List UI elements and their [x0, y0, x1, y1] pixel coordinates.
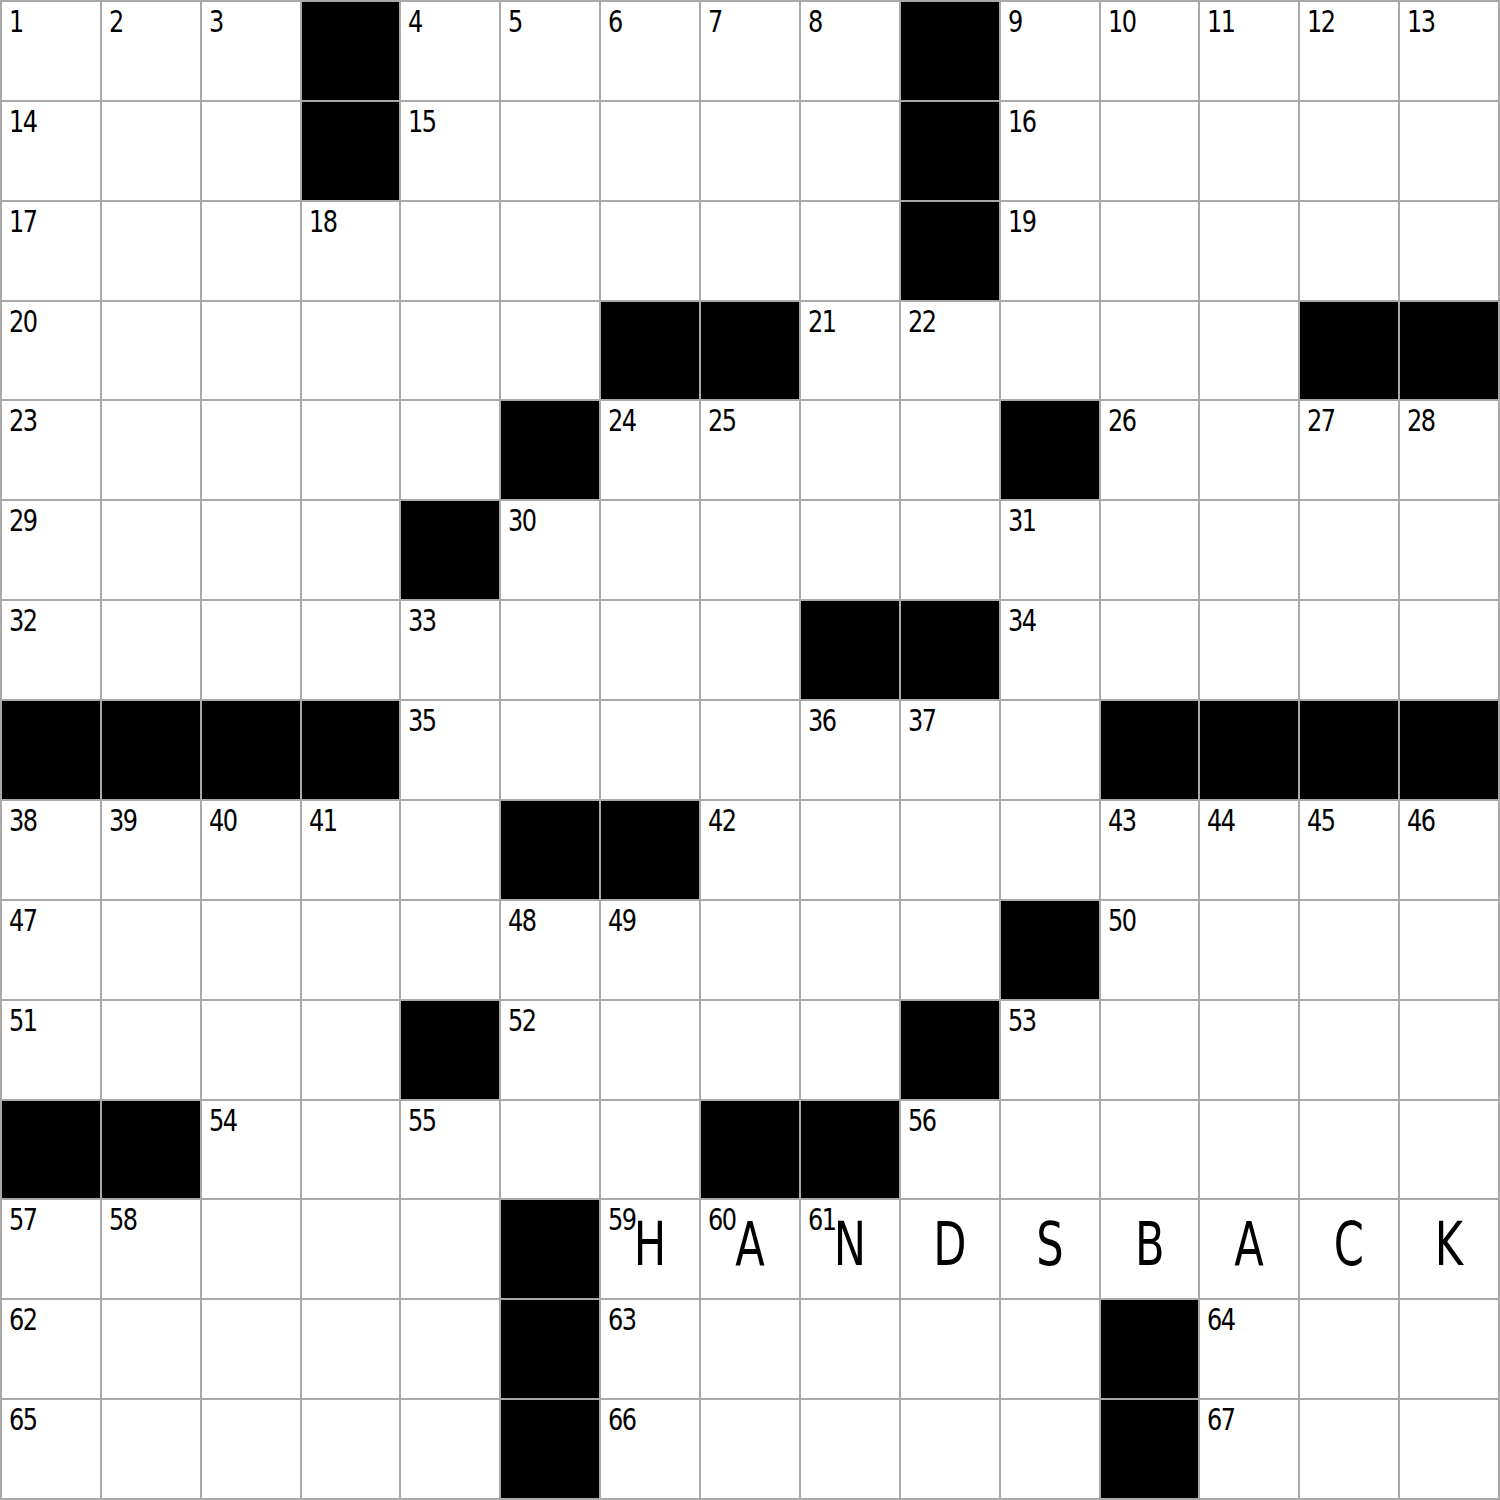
- grid-cell[interactable]: 49: [601, 901, 699, 999]
- grid-cell[interactable]: 22: [901, 302, 999, 400]
- grid-cell[interactable]: 13: [1400, 2, 1498, 100]
- clue-number: 65: [9, 1405, 36, 1435]
- grid-cell[interactable]: [202, 601, 300, 699]
- black-cell: [1101, 701, 1199, 799]
- clue-number: 21: [808, 307, 835, 337]
- grid-cell[interactable]: [801, 102, 899, 200]
- grid-cell[interactable]: 28: [1400, 401, 1498, 499]
- grid-cell[interactable]: [1300, 1001, 1398, 1099]
- black-cell: [1300, 701, 1398, 799]
- grid-cell[interactable]: [801, 401, 899, 499]
- black-cell: [302, 2, 400, 100]
- cell-letter: C: [1314, 1200, 1384, 1298]
- grid-cell[interactable]: 3: [202, 2, 300, 100]
- grid-cell[interactable]: 4: [401, 2, 499, 100]
- grid-cell[interactable]: [1001, 1300, 1099, 1398]
- grid-cell[interactable]: 38: [2, 801, 100, 899]
- grid-cell[interactable]: [302, 1400, 400, 1498]
- grid-cell[interactable]: [701, 102, 799, 200]
- cell-letter: S: [1014, 1200, 1084, 1298]
- clue-number: 5: [508, 7, 522, 37]
- grid-cell[interactable]: 67: [1200, 1400, 1298, 1498]
- cell-letter: K: [1414, 1200, 1484, 1298]
- grid-cell[interactable]: 34: [1001, 601, 1099, 699]
- grid-cell[interactable]: 50: [1101, 901, 1199, 999]
- grid-cell[interactable]: [1300, 1400, 1398, 1498]
- grid-cell[interactable]: [202, 302, 300, 400]
- clue-number: 1: [9, 7, 23, 37]
- clue-number: 58: [109, 1205, 136, 1235]
- grid-cell[interactable]: 52: [501, 1001, 599, 1099]
- black-cell: [501, 801, 599, 899]
- clue-number: 62: [9, 1305, 36, 1335]
- clue-number: 17: [9, 207, 36, 237]
- grid-cell[interactable]: 32: [2, 601, 100, 699]
- black-cell: [501, 1300, 599, 1398]
- grid-cell[interactable]: 60A: [701, 1200, 799, 1298]
- clue-number: 4: [408, 7, 422, 37]
- clue-number: 15: [408, 107, 435, 137]
- grid-cell[interactable]: 24: [601, 401, 699, 499]
- clue-number: 48: [508, 906, 535, 936]
- black-cell: [801, 601, 899, 699]
- grid-cell[interactable]: 43: [1101, 801, 1199, 899]
- grid-cell[interactable]: [302, 1001, 400, 1099]
- grid-cell[interactable]: [1400, 901, 1498, 999]
- grid-cell[interactable]: [302, 1300, 400, 1398]
- grid-cell[interactable]: [1400, 1101, 1498, 1199]
- grid-cell[interactable]: [1101, 1001, 1199, 1099]
- grid-cell[interactable]: [1200, 901, 1298, 999]
- grid-cell[interactable]: [1400, 1400, 1498, 1498]
- clue-number: 46: [1407, 806, 1434, 836]
- clue-number: 32: [9, 606, 36, 636]
- cell-letter: N: [815, 1200, 885, 1298]
- black-cell: [2, 701, 100, 799]
- grid-cell[interactable]: [1200, 1101, 1298, 1199]
- grid-cell[interactable]: 33: [401, 601, 499, 699]
- black-cell: [1001, 401, 1099, 499]
- grid-cell[interactable]: [202, 1400, 300, 1498]
- black-cell: [1001, 901, 1099, 999]
- grid-cell[interactable]: [1200, 302, 1298, 400]
- black-cell: [701, 1101, 799, 1199]
- grid-cell[interactable]: [901, 901, 999, 999]
- black-cell: [1101, 1300, 1199, 1398]
- clue-number: 25: [708, 406, 735, 436]
- grid-cell[interactable]: [1001, 801, 1099, 899]
- grid-cell[interactable]: [601, 1001, 699, 1099]
- grid-cell[interactable]: [1400, 102, 1498, 200]
- grid-cell[interactable]: 37: [901, 701, 999, 799]
- grid-cell[interactable]: 66: [601, 1400, 699, 1498]
- clue-number: 67: [1207, 1405, 1234, 1435]
- grid-cell[interactable]: [102, 501, 200, 599]
- black-cell: [1300, 302, 1398, 400]
- grid-cell[interactable]: 15: [401, 102, 499, 200]
- grid-cell[interactable]: [1300, 501, 1398, 599]
- clue-number: 18: [309, 207, 336, 237]
- grid-cell[interactable]: 44: [1200, 801, 1298, 899]
- clue-number: 27: [1307, 406, 1334, 436]
- grid-cell[interactable]: [801, 1400, 899, 1498]
- grid-cell[interactable]: [1101, 202, 1199, 300]
- clue-number: 3: [209, 7, 223, 37]
- clue-number: 19: [1008, 207, 1035, 237]
- grid-cell[interactable]: 14: [2, 102, 100, 200]
- grid-cell[interactable]: [202, 102, 300, 200]
- grid-cell[interactable]: [1200, 202, 1298, 300]
- grid-cell[interactable]: 8: [801, 2, 899, 100]
- grid-cell[interactable]: [901, 501, 999, 599]
- clue-number: 28: [1407, 406, 1434, 436]
- clue-number: 53: [1008, 1006, 1035, 1036]
- grid-cell[interactable]: 12: [1300, 2, 1398, 100]
- grid-cell[interactable]: [1400, 1001, 1498, 1099]
- black-cell: [1101, 1400, 1199, 1498]
- clue-number: 41: [309, 806, 336, 836]
- grid-cell[interactable]: [1001, 1400, 1099, 1498]
- grid-cell[interactable]: [901, 801, 999, 899]
- grid-cell[interactable]: [202, 202, 300, 300]
- grid-cell[interactable]: [701, 202, 799, 300]
- grid-cell[interactable]: [1200, 102, 1298, 200]
- grid-cell[interactable]: [601, 202, 699, 300]
- clue-number: 54: [209, 1106, 236, 1136]
- clue-number: 13: [1407, 7, 1434, 37]
- grid-cell[interactable]: 41: [302, 801, 400, 899]
- clue-number: 45: [1307, 806, 1334, 836]
- black-cell: [901, 102, 999, 200]
- grid-cell[interactable]: [501, 302, 599, 400]
- grid-cell[interactable]: 53: [1001, 1001, 1099, 1099]
- grid-cell[interactable]: [901, 1300, 999, 1398]
- clue-number: 42: [708, 806, 735, 836]
- grid-cell[interactable]: 7: [701, 2, 799, 100]
- grid-cell[interactable]: [302, 901, 400, 999]
- grid-cell[interactable]: [501, 601, 599, 699]
- grid-cell[interactable]: S: [1001, 1200, 1099, 1298]
- grid-cell[interactable]: [401, 901, 499, 999]
- grid-cell[interactable]: 17: [2, 202, 100, 300]
- grid-cell[interactable]: 27: [1300, 401, 1398, 499]
- grid-cell[interactable]: [801, 1001, 899, 1099]
- cell-letter: D: [914, 1200, 984, 1298]
- clue-number: 26: [1108, 406, 1135, 436]
- black-cell: [501, 1400, 599, 1498]
- grid-cell[interactable]: 48: [501, 901, 599, 999]
- clue-number: 6: [608, 7, 622, 37]
- clue-number: 47: [9, 906, 36, 936]
- grid-cell[interactable]: B: [1101, 1200, 1199, 1298]
- cell-letter: A: [715, 1200, 785, 1298]
- grid-cell[interactable]: [202, 401, 300, 499]
- grid-cell[interactable]: [401, 401, 499, 499]
- grid-cell[interactable]: [701, 1400, 799, 1498]
- clue-number: 20: [9, 307, 36, 337]
- grid-cell[interactable]: [1200, 1001, 1298, 1099]
- black-cell: [901, 2, 999, 100]
- black-cell: [901, 601, 999, 699]
- clue-number: 31: [1008, 506, 1035, 536]
- black-cell: [102, 1101, 200, 1199]
- clue-number: 12: [1307, 7, 1334, 37]
- grid-cell[interactable]: [202, 901, 300, 999]
- clue-number: 49: [608, 906, 635, 936]
- grid-cell[interactable]: D: [901, 1200, 999, 1298]
- grid-cell[interactable]: [901, 401, 999, 499]
- grid-cell[interactable]: [601, 1101, 699, 1199]
- grid-cell[interactable]: [401, 1200, 499, 1298]
- grid-cell[interactable]: 6: [601, 2, 699, 100]
- grid-cell[interactable]: [1101, 601, 1199, 699]
- grid-cell[interactable]: [1300, 1101, 1398, 1199]
- grid-cell[interactable]: [1400, 202, 1498, 300]
- grid-cell[interactable]: [601, 501, 699, 599]
- grid-cell[interactable]: 46: [1400, 801, 1498, 899]
- clue-number: 37: [908, 706, 935, 736]
- grid-cell[interactable]: [102, 901, 200, 999]
- grid-cell[interactable]: [401, 1300, 499, 1398]
- clue-number: 33: [408, 606, 435, 636]
- grid-cell[interactable]: 1: [2, 2, 100, 100]
- grid-cell[interactable]: [501, 1101, 599, 1199]
- grid-cell[interactable]: [501, 102, 599, 200]
- grid-cell[interactable]: 59H: [601, 1200, 699, 1298]
- black-cell: [1200, 701, 1298, 799]
- grid-cell[interactable]: [102, 202, 200, 300]
- black-cell: [102, 701, 200, 799]
- grid-cell[interactable]: [1200, 501, 1298, 599]
- grid-cell[interactable]: 57: [2, 1200, 100, 1298]
- grid-cell[interactable]: [202, 1001, 300, 1099]
- grid-cell[interactable]: 35: [401, 701, 499, 799]
- grid-cell[interactable]: [1300, 601, 1398, 699]
- grid-cell[interactable]: [1400, 601, 1498, 699]
- grid-cell[interactable]: [1001, 302, 1099, 400]
- clue-number: 22: [908, 307, 935, 337]
- grid-cell[interactable]: 63: [601, 1300, 699, 1398]
- grid-cell[interactable]: 42: [701, 801, 799, 899]
- clue-number: 66: [608, 1405, 635, 1435]
- grid-cell[interactable]: [102, 1001, 200, 1099]
- black-cell: [801, 1101, 899, 1199]
- grid-cell[interactable]: 29: [2, 501, 100, 599]
- grid-cell[interactable]: [701, 701, 799, 799]
- grid-cell[interactable]: [801, 202, 899, 300]
- grid-cell[interactable]: [1200, 601, 1298, 699]
- grid-cell[interactable]: [701, 601, 799, 699]
- grid-cell[interactable]: [1300, 901, 1398, 999]
- clue-number: 56: [908, 1106, 935, 1136]
- clue-number: 57: [9, 1205, 36, 1235]
- black-cell: [2, 1101, 100, 1199]
- black-cell: [501, 401, 599, 499]
- grid-cell[interactable]: [202, 1300, 300, 1398]
- grid-cell[interactable]: [302, 1101, 400, 1199]
- grid-cell[interactable]: [501, 202, 599, 300]
- grid-cell[interactable]: [801, 1300, 899, 1398]
- grid-cell[interactable]: C: [1300, 1200, 1398, 1298]
- grid-cell[interactable]: [601, 701, 699, 799]
- grid-cell[interactable]: [1200, 401, 1298, 499]
- black-cell: [901, 1001, 999, 1099]
- clue-number: 23: [9, 406, 36, 436]
- cell-letter: A: [1214, 1200, 1284, 1298]
- grid-cell[interactable]: 61N: [801, 1200, 899, 1298]
- grid-cell[interactable]: [102, 1300, 200, 1398]
- grid-cell[interactable]: [601, 601, 699, 699]
- clue-number: 39: [109, 806, 136, 836]
- grid-cell[interactable]: [302, 501, 400, 599]
- clue-number: 11: [1207, 7, 1234, 37]
- grid-cell[interactable]: [1300, 202, 1398, 300]
- clue-number: 51: [9, 1006, 36, 1036]
- clue-number: 14: [9, 107, 36, 137]
- clue-number: 7: [708, 7, 722, 37]
- grid-cell[interactable]: 56: [901, 1101, 999, 1199]
- clue-number: 55: [408, 1106, 435, 1136]
- cell-letter: H: [615, 1200, 685, 1298]
- grid-cell[interactable]: [102, 601, 200, 699]
- clue-number: 35: [408, 706, 435, 736]
- black-cell: [302, 701, 400, 799]
- grid-cell[interactable]: [302, 601, 400, 699]
- grid-cell[interactable]: 55: [401, 1101, 499, 1199]
- grid-cell[interactable]: [302, 1200, 400, 1298]
- clue-number: 44: [1207, 806, 1234, 836]
- black-cell: [501, 1200, 599, 1298]
- grid-cell[interactable]: [1101, 302, 1199, 400]
- clue-number: 40: [209, 806, 236, 836]
- clue-number: 52: [508, 1006, 535, 1036]
- grid-cell[interactable]: 36: [801, 701, 899, 799]
- clue-number: 10: [1108, 7, 1135, 37]
- grid-cell[interactable]: 5: [501, 2, 599, 100]
- grid-cell[interactable]: 58: [102, 1200, 200, 1298]
- black-cell: [701, 302, 799, 400]
- grid-cell[interactable]: 39: [102, 801, 200, 899]
- grid-cell[interactable]: [801, 901, 899, 999]
- cell-letter: B: [1114, 1200, 1184, 1298]
- grid-cell[interactable]: [701, 901, 799, 999]
- black-cell: [1400, 302, 1498, 400]
- black-cell: [1400, 701, 1498, 799]
- grid-cell[interactable]: [302, 401, 400, 499]
- grid-cell[interactable]: [1101, 1101, 1199, 1199]
- grid-cell[interactable]: [1001, 1101, 1099, 1199]
- grid-cell[interactable]: 18: [302, 202, 400, 300]
- grid-cell[interactable]: [801, 801, 899, 899]
- clue-number: 43: [1108, 806, 1135, 836]
- clue-number: 16: [1008, 107, 1035, 137]
- clue-number: 38: [9, 806, 36, 836]
- grid-cell[interactable]: 64: [1200, 1300, 1298, 1398]
- grid-cell[interactable]: A: [1200, 1200, 1298, 1298]
- grid-cell[interactable]: 9: [1001, 2, 1099, 100]
- grid-cell[interactable]: 19: [1001, 202, 1099, 300]
- black-cell: [401, 501, 499, 599]
- clue-number: 34: [1008, 606, 1035, 636]
- grid-cell[interactable]: [102, 401, 200, 499]
- grid-cell[interactable]: K: [1400, 1200, 1498, 1298]
- grid-cell[interactable]: [202, 1200, 300, 1298]
- grid-cell[interactable]: [1101, 501, 1199, 599]
- grid-cell[interactable]: [901, 1400, 999, 1498]
- grid-cell[interactable]: [601, 102, 699, 200]
- black-cell: [901, 202, 999, 300]
- clue-number: 30: [508, 506, 535, 536]
- grid-cell[interactable]: 20: [2, 302, 100, 400]
- crossword-board: 1234567891011121314151617181920212223242…: [0, 0, 1500, 1500]
- grid-cell[interactable]: 11: [1200, 2, 1298, 100]
- black-cell: [202, 701, 300, 799]
- grid-cell[interactable]: 40: [202, 801, 300, 899]
- clue-number: 2: [109, 7, 123, 37]
- grid-cell[interactable]: 23: [2, 401, 100, 499]
- clue-number: 63: [608, 1305, 635, 1335]
- clue-number: 24: [608, 406, 635, 436]
- grid-cell[interactable]: [701, 501, 799, 599]
- grid-cell[interactable]: [102, 1400, 200, 1498]
- grid-cell[interactable]: [302, 302, 400, 400]
- black-cell: [601, 302, 699, 400]
- black-cell: [302, 102, 400, 200]
- black-cell: [401, 1001, 499, 1099]
- grid-cell[interactable]: 54: [202, 1101, 300, 1199]
- grid-cell[interactable]: [701, 1300, 799, 1398]
- grid-cell[interactable]: [1300, 102, 1398, 200]
- grid-cell[interactable]: [1300, 1300, 1398, 1398]
- grid-cell[interactable]: [102, 102, 200, 200]
- grid-cell[interactable]: [1101, 102, 1199, 200]
- grid-cell[interactable]: 21: [801, 302, 899, 400]
- grid-cell[interactable]: 62: [2, 1300, 100, 1398]
- grid-cell[interactable]: 45: [1300, 801, 1398, 899]
- black-cell: [601, 801, 699, 899]
- grid-cell[interactable]: [401, 1400, 499, 1498]
- grid-cell[interactable]: 47: [2, 901, 100, 999]
- grid-cell[interactable]: 2: [102, 2, 200, 100]
- clue-number: 9: [1008, 7, 1022, 37]
- grid-cell[interactable]: [202, 501, 300, 599]
- clue-number: 36: [808, 706, 835, 736]
- grid-cell[interactable]: 51: [2, 1001, 100, 1099]
- grid-cell[interactable]: [401, 302, 499, 400]
- grid-cell[interactable]: [401, 202, 499, 300]
- grid-cell[interactable]: [701, 1001, 799, 1099]
- clue-number: 29: [9, 506, 36, 536]
- grid-cell[interactable]: [801, 501, 899, 599]
- grid-cell[interactable]: 26: [1101, 401, 1199, 499]
- grid-cell[interactable]: [401, 801, 499, 899]
- clue-number: 64: [1207, 1305, 1234, 1335]
- grid-cell[interactable]: [501, 701, 599, 799]
- grid-cell[interactable]: 30: [501, 501, 599, 599]
- grid-cell[interactable]: [102, 302, 200, 400]
- grid-cell[interactable]: [1001, 701, 1099, 799]
- grid-cell[interactable]: 10: [1101, 2, 1199, 100]
- grid-cell[interactable]: 25: [701, 401, 799, 499]
- grid-cell[interactable]: 16: [1001, 102, 1099, 200]
- clue-number: 50: [1108, 906, 1135, 936]
- grid-cell[interactable]: [1400, 501, 1498, 599]
- grid-cell[interactable]: 65: [2, 1400, 100, 1498]
- grid-cell[interactable]: [1400, 1300, 1498, 1398]
- grid-cell[interactable]: 31: [1001, 501, 1099, 599]
- clue-number: 8: [808, 7, 822, 37]
